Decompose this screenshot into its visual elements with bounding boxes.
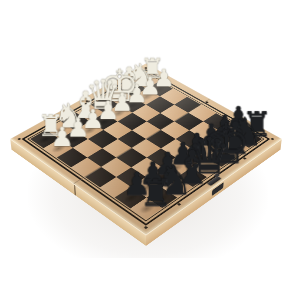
square-d4	[117, 130, 146, 148]
piece-shadow	[211, 151, 231, 164]
fold-seam-side	[74, 185, 76, 196]
piece-black-pawn: ♟	[225, 103, 245, 132]
square-e5	[146, 130, 175, 148]
border-dot	[177, 203, 181, 206]
board-top-face: ♜♞♝♛♚♝♞♜♟♟♟♟♟♟♟♟♟♟♟♟♟♟♟♟♜♞♝♛♚♝♞♜	[10, 63, 282, 234]
product-photo: ♜♞♝♛♚♝♞♜♟♟♟♟♟♟♟♟♟♟♟♟♟♟♟♟♜♞♝♛♚♝♞♜	[0, 0, 292, 292]
chess-board: ♜♞♝♛♚♝♞♜♟♟♟♟♟♟♟♟♟♟♟♟♟♟♟♟♜♞♝♛♚♝♞♜	[10, 63, 282, 234]
piece-shadow	[51, 125, 71, 137]
border-dot	[144, 226, 148, 229]
border-dot	[85, 100, 88, 102]
square-g7: ♟	[204, 130, 233, 148]
border-dot	[243, 157, 247, 159]
border-dot	[17, 138, 21, 140]
squares-grid: ♜♞♝♛♚♝♞♜♟♟♟♟♟♟♟♟♟♟♟♟♟♟♟♟♜♞♝♛♚♝♞♜	[30, 73, 262, 219]
piece-shadow	[79, 125, 99, 137]
border-dot	[271, 138, 275, 140]
piece-shadow	[238, 133, 257, 145]
square-h8: ♜	[233, 130, 262, 148]
piece-shadow	[64, 133, 84, 145]
scene-3d: ♜♞♝♛♚♝♞♜♟♟♟♟♟♟♟♟♟♟♟♟♟♟♟♟♜♞♝♛♚♝♞♜	[0, 0, 292, 292]
piece-shadow	[120, 191, 141, 205]
border-dot	[205, 101, 208, 103]
piece-shadow	[209, 133, 228, 145]
border-dot	[144, 67, 147, 69]
